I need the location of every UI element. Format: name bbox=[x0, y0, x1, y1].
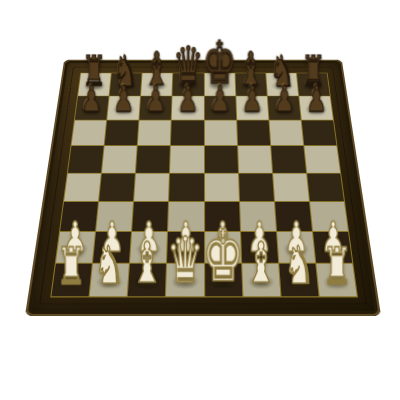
white-bishop[interactable]: ♝ bbox=[131, 236, 163, 292]
square-e7[interactable]: ♟ bbox=[204, 96, 235, 120]
white-rook[interactable]: ♜ bbox=[323, 241, 352, 292]
square-c4[interactable] bbox=[134, 173, 169, 201]
white-king[interactable]: ♚ bbox=[202, 220, 243, 291]
black-pawn[interactable]: ♟ bbox=[274, 80, 295, 116]
square-g1[interactable]: ♞ bbox=[279, 264, 318, 297]
square-e1[interactable]: ♚ bbox=[205, 264, 242, 297]
square-f4[interactable] bbox=[239, 173, 274, 201]
square-b6[interactable] bbox=[105, 121, 139, 146]
board-grid: ♜♞♝♛♚♝♞♜♟♟♟♟♟♟♟♟♟♟♟♟♟♟♟♟♜♞♝♛♚♝♞♜ bbox=[50, 73, 358, 298]
square-a7[interactable]: ♟ bbox=[75, 96, 109, 120]
black-pawn[interactable]: ♟ bbox=[210, 80, 231, 116]
square-c7[interactable]: ♟ bbox=[140, 96, 172, 120]
square-h6[interactable] bbox=[302, 121, 337, 146]
square-c1[interactable]: ♝ bbox=[128, 264, 166, 297]
square-f5[interactable] bbox=[238, 146, 272, 172]
square-d7[interactable]: ♟ bbox=[172, 96, 203, 120]
white-knight[interactable]: ♞ bbox=[94, 239, 124, 291]
white-queen[interactable]: ♛ bbox=[167, 228, 204, 291]
white-bishop[interactable]: ♝ bbox=[245, 236, 277, 292]
black-pawn[interactable]: ♟ bbox=[242, 80, 263, 116]
square-a6[interactable] bbox=[72, 121, 107, 146]
square-f1[interactable]: ♝ bbox=[242, 264, 280, 297]
square-a5[interactable] bbox=[68, 146, 104, 172]
square-c5[interactable] bbox=[136, 146, 170, 172]
square-h4[interactable] bbox=[307, 173, 344, 201]
square-h7[interactable]: ♟ bbox=[299, 96, 333, 120]
square-g4[interactable] bbox=[273, 173, 309, 201]
square-b7[interactable]: ♟ bbox=[107, 96, 140, 120]
square-a1[interactable]: ♜ bbox=[52, 264, 92, 297]
square-c6[interactable] bbox=[138, 121, 171, 146]
square-e6[interactable] bbox=[204, 121, 236, 146]
square-b4[interactable] bbox=[99, 173, 135, 201]
square-h5[interactable] bbox=[304, 146, 340, 172]
board-frame: ♜♞♝♛♚♝♞♜♟♟♟♟♟♟♟♟♟♟♟♟♟♟♟♟♜♞♝♛♚♝♞♜ bbox=[25, 60, 381, 316]
black-pawn[interactable]: ♟ bbox=[145, 80, 166, 116]
black-pawn[interactable]: ♟ bbox=[81, 80, 102, 116]
chess-scene: ♜♞♝♛♚♝♞♜♟♟♟♟♟♟♟♟♟♟♟♟♟♟♟♟♜♞♝♛♚♝♞♜ bbox=[0, 0, 400, 400]
square-d1[interactable]: ♛ bbox=[166, 264, 203, 297]
square-d5[interactable] bbox=[170, 146, 203, 172]
square-g7[interactable]: ♟ bbox=[268, 96, 301, 120]
square-h1[interactable]: ♜ bbox=[316, 264, 357, 297]
square-f7[interactable]: ♟ bbox=[236, 96, 268, 120]
square-g5[interactable] bbox=[271, 146, 306, 172]
square-a4[interactable] bbox=[64, 173, 101, 201]
square-g6[interactable] bbox=[269, 121, 303, 146]
square-d4[interactable] bbox=[169, 173, 203, 201]
square-b5[interactable] bbox=[102, 146, 137, 172]
black-pawn[interactable]: ♟ bbox=[177, 80, 198, 116]
square-b1[interactable]: ♞ bbox=[90, 264, 129, 297]
black-pawn[interactable]: ♟ bbox=[306, 80, 327, 116]
square-e4[interactable] bbox=[205, 173, 239, 201]
white-rook[interactable]: ♜ bbox=[56, 241, 85, 292]
chess-board-3d: ♜♞♝♛♚♝♞♜♟♟♟♟♟♟♟♟♟♟♟♟♟♟♟♟♜♞♝♛♚♝♞♜ bbox=[25, 60, 381, 316]
black-pawn[interactable]: ♟ bbox=[113, 80, 134, 116]
square-e5[interactable] bbox=[204, 146, 237, 172]
white-knight[interactable]: ♞ bbox=[284, 239, 314, 291]
square-d6[interactable] bbox=[171, 121, 203, 146]
square-f6[interactable] bbox=[237, 121, 270, 146]
